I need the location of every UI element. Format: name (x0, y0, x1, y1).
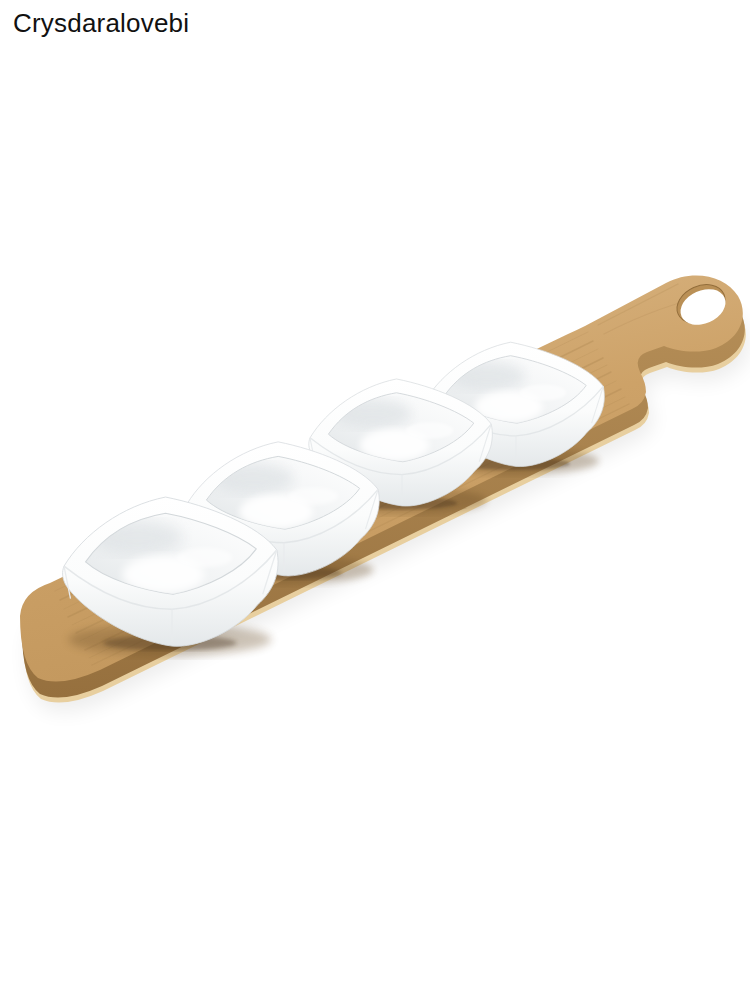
page-background: Crysdaralovebi (0, 0, 750, 1000)
product-illustration (0, 0, 750, 1000)
product-photo (0, 0, 750, 1000)
